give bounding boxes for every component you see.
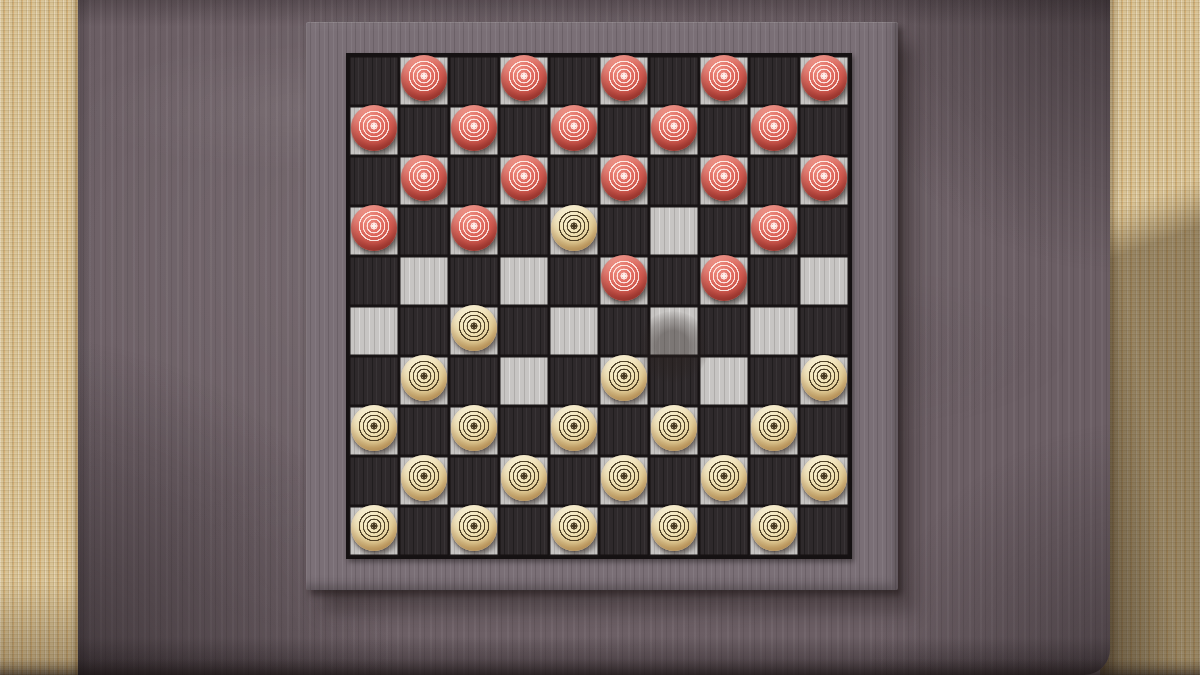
square-dark-r1c3 bbox=[449, 56, 499, 106]
square-36[interactable] bbox=[349, 406, 399, 456]
red-piece-sq2[interactable] bbox=[501, 55, 547, 101]
game-scene bbox=[0, 0, 1200, 675]
square-dark-r4c6 bbox=[599, 206, 649, 256]
white-piece-sq33[interactable] bbox=[601, 355, 647, 401]
red-piece-sq11[interactable] bbox=[401, 155, 447, 201]
white-piece-sq47[interactable] bbox=[451, 505, 497, 551]
board-grid bbox=[346, 53, 852, 559]
square-dark-r3c9 bbox=[749, 156, 799, 206]
square-38[interactable] bbox=[549, 406, 599, 456]
white-piece-sq36[interactable] bbox=[351, 405, 397, 451]
square-42[interactable] bbox=[499, 456, 549, 506]
square-dark-r2c2 bbox=[399, 106, 449, 156]
square-39[interactable] bbox=[649, 406, 699, 456]
square-14[interactable] bbox=[699, 156, 749, 206]
square-40[interactable] bbox=[749, 406, 799, 456]
square-dark-r1c7 bbox=[649, 56, 699, 106]
red-piece-sq20[interactable] bbox=[751, 205, 797, 251]
red-piece-sq15[interactable] bbox=[801, 155, 847, 201]
square-1[interactable] bbox=[399, 56, 449, 106]
square-31[interactable] bbox=[399, 356, 449, 406]
square-5[interactable] bbox=[799, 56, 849, 106]
square-dark-r7c7 bbox=[649, 356, 699, 406]
red-piece-sq16[interactable] bbox=[351, 205, 397, 251]
square-dark-r10c10 bbox=[799, 506, 849, 556]
square-dark-r10c8 bbox=[699, 506, 749, 556]
red-piece-sq24[interactable] bbox=[701, 255, 747, 301]
white-piece-sq43[interactable] bbox=[601, 455, 647, 501]
square-19[interactable] bbox=[649, 206, 699, 256]
square-50[interactable] bbox=[749, 506, 799, 556]
square-18[interactable] bbox=[549, 206, 599, 256]
red-piece-sq13[interactable] bbox=[601, 155, 647, 201]
square-7[interactable] bbox=[449, 106, 499, 156]
white-piece-sq42[interactable] bbox=[501, 455, 547, 501]
square-27[interactable] bbox=[449, 306, 499, 356]
square-dark-r2c6 bbox=[599, 106, 649, 156]
square-dark-r4c8 bbox=[699, 206, 749, 256]
square-21[interactable] bbox=[399, 256, 449, 306]
square-dark-r1c9 bbox=[749, 56, 799, 106]
tatami-mat-left bbox=[0, 0, 78, 675]
square-dark-r6c6 bbox=[599, 306, 649, 356]
square-10[interactable] bbox=[749, 106, 799, 156]
square-dark-r7c9 bbox=[749, 356, 799, 406]
white-piece-sq50[interactable] bbox=[751, 505, 797, 551]
square-dark-r5c7 bbox=[649, 256, 699, 306]
square-24[interactable] bbox=[699, 256, 749, 306]
square-dark-r2c8 bbox=[699, 106, 749, 156]
square-dark-r1c1 bbox=[349, 56, 399, 106]
red-piece-sq3[interactable] bbox=[601, 55, 647, 101]
square-dark-r3c1 bbox=[349, 156, 399, 206]
white-piece-sq46[interactable] bbox=[351, 505, 397, 551]
square-dark-r3c7 bbox=[649, 156, 699, 206]
square-dark-r7c1 bbox=[349, 356, 399, 406]
square-dark-r5c3 bbox=[449, 256, 499, 306]
red-piece-sq1[interactable] bbox=[401, 55, 447, 101]
square-13[interactable] bbox=[599, 156, 649, 206]
square-26[interactable] bbox=[349, 306, 399, 356]
square-dark-r4c4 bbox=[499, 206, 549, 256]
tatami-mat-right bbox=[1100, 0, 1200, 675]
square-dark-r8c8 bbox=[699, 406, 749, 456]
square-30[interactable] bbox=[749, 306, 799, 356]
square-8[interactable] bbox=[549, 106, 599, 156]
square-dark-r9c7 bbox=[649, 456, 699, 506]
square-12[interactable] bbox=[499, 156, 549, 206]
square-17[interactable] bbox=[449, 206, 499, 256]
red-piece-sq6[interactable] bbox=[351, 105, 397, 151]
white-piece-sq41[interactable] bbox=[401, 455, 447, 501]
red-piece-sq4[interactable] bbox=[701, 55, 747, 101]
square-34[interactable] bbox=[699, 356, 749, 406]
square-dark-r6c4 bbox=[499, 306, 549, 356]
red-piece-sq9[interactable] bbox=[651, 105, 697, 151]
square-dark-r7c3 bbox=[449, 356, 499, 406]
square-3[interactable] bbox=[599, 56, 649, 106]
square-dark-r8c6 bbox=[599, 406, 649, 456]
square-dark-r3c5 bbox=[549, 156, 599, 206]
white-piece-sq45[interactable] bbox=[801, 455, 847, 501]
checkers-board bbox=[306, 22, 898, 590]
red-piece-sq14[interactable] bbox=[701, 155, 747, 201]
square-4[interactable] bbox=[699, 56, 749, 106]
square-11[interactable] bbox=[399, 156, 449, 206]
white-piece-sq37[interactable] bbox=[451, 405, 497, 451]
square-dark-r6c8 bbox=[699, 306, 749, 356]
square-dark-r2c10 bbox=[799, 106, 849, 156]
square-dark-r6c2 bbox=[399, 306, 449, 356]
square-44[interactable] bbox=[699, 456, 749, 506]
red-piece-sq5[interactable] bbox=[801, 55, 847, 101]
square-dark-r9c9 bbox=[749, 456, 799, 506]
square-16[interactable] bbox=[349, 206, 399, 256]
square-32[interactable] bbox=[499, 356, 549, 406]
square-47[interactable] bbox=[449, 506, 499, 556]
red-piece-sq8[interactable] bbox=[551, 105, 597, 151]
square-dark-r8c10 bbox=[799, 406, 849, 456]
white-piece-sq35[interactable] bbox=[801, 355, 847, 401]
square-2[interactable] bbox=[499, 56, 549, 106]
square-29[interactable] bbox=[649, 306, 699, 356]
square-dark-r2c4 bbox=[499, 106, 549, 156]
square-15[interactable] bbox=[799, 156, 849, 206]
white-piece-sq49[interactable] bbox=[651, 505, 697, 551]
square-dark-r10c4 bbox=[499, 506, 549, 556]
square-dark-r1c5 bbox=[549, 56, 599, 106]
square-33[interactable] bbox=[599, 356, 649, 406]
square-28[interactable] bbox=[549, 306, 599, 356]
white-piece-sq48[interactable] bbox=[551, 505, 597, 551]
red-piece-sq7[interactable] bbox=[451, 105, 497, 151]
square-35[interactable] bbox=[799, 356, 849, 406]
white-piece-sq38[interactable] bbox=[551, 405, 597, 451]
red-piece-sq10[interactable] bbox=[751, 105, 797, 151]
square-dark-r4c10 bbox=[799, 206, 849, 256]
square-dark-r3c3 bbox=[449, 156, 499, 206]
white-piece-sq40[interactable] bbox=[751, 405, 797, 451]
square-dark-r5c1 bbox=[349, 256, 399, 306]
square-41[interactable] bbox=[399, 456, 449, 506]
square-9[interactable] bbox=[649, 106, 699, 156]
square-dark-r9c3 bbox=[449, 456, 499, 506]
square-46[interactable] bbox=[349, 506, 399, 556]
square-dark-r8c4 bbox=[499, 406, 549, 456]
white-piece-sq31[interactable] bbox=[401, 355, 447, 401]
white-piece-sq39[interactable] bbox=[651, 405, 697, 451]
square-48[interactable] bbox=[549, 506, 599, 556]
square-dark-r9c5 bbox=[549, 456, 599, 506]
red-piece-sq17[interactable] bbox=[451, 205, 497, 251]
square-dark-r9c1 bbox=[349, 456, 399, 506]
square-23[interactable] bbox=[599, 256, 649, 306]
square-43[interactable] bbox=[599, 456, 649, 506]
square-dark-r4c2 bbox=[399, 206, 449, 256]
square-49[interactable] bbox=[649, 506, 699, 556]
square-dark-r7c5 bbox=[549, 356, 599, 406]
square-dark-r8c2 bbox=[399, 406, 449, 456]
square-20[interactable] bbox=[749, 206, 799, 256]
square-25[interactable] bbox=[799, 256, 849, 306]
red-piece-sq23[interactable] bbox=[601, 255, 647, 301]
square-dark-r10c6 bbox=[599, 506, 649, 556]
red-piece-sq12[interactable] bbox=[501, 155, 547, 201]
square-dark-r5c9 bbox=[749, 256, 799, 306]
square-6[interactable] bbox=[349, 106, 399, 156]
white-piece-sq18[interactable] bbox=[551, 205, 597, 251]
square-22[interactable] bbox=[499, 256, 549, 306]
square-dark-r6c10 bbox=[799, 306, 849, 356]
white-piece-sq44[interactable] bbox=[701, 455, 747, 501]
square-45[interactable] bbox=[799, 456, 849, 506]
square-dark-r10c2 bbox=[399, 506, 449, 556]
square-37[interactable] bbox=[449, 406, 499, 456]
square-dark-r5c5 bbox=[549, 256, 599, 306]
white-piece-sq27[interactable] bbox=[451, 305, 497, 351]
